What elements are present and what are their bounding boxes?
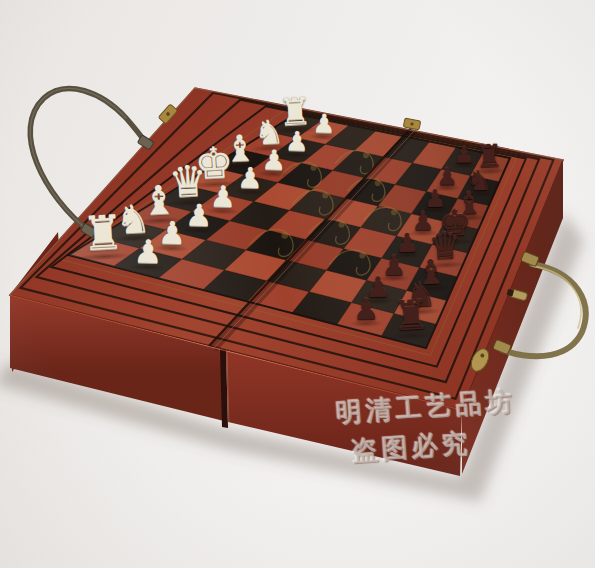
brass-hinge-far bbox=[403, 118, 420, 130]
product-photo-scene: ♜♞♝♛♚♝♞♜♟♟♟♟♟♟♟♟♟♟♟♟♟♟♟♟♜♞♝♛♚♝♞♜ 明清工艺品坊 … bbox=[0, 0, 595, 568]
chess-box-illustration bbox=[0, 0, 595, 568]
